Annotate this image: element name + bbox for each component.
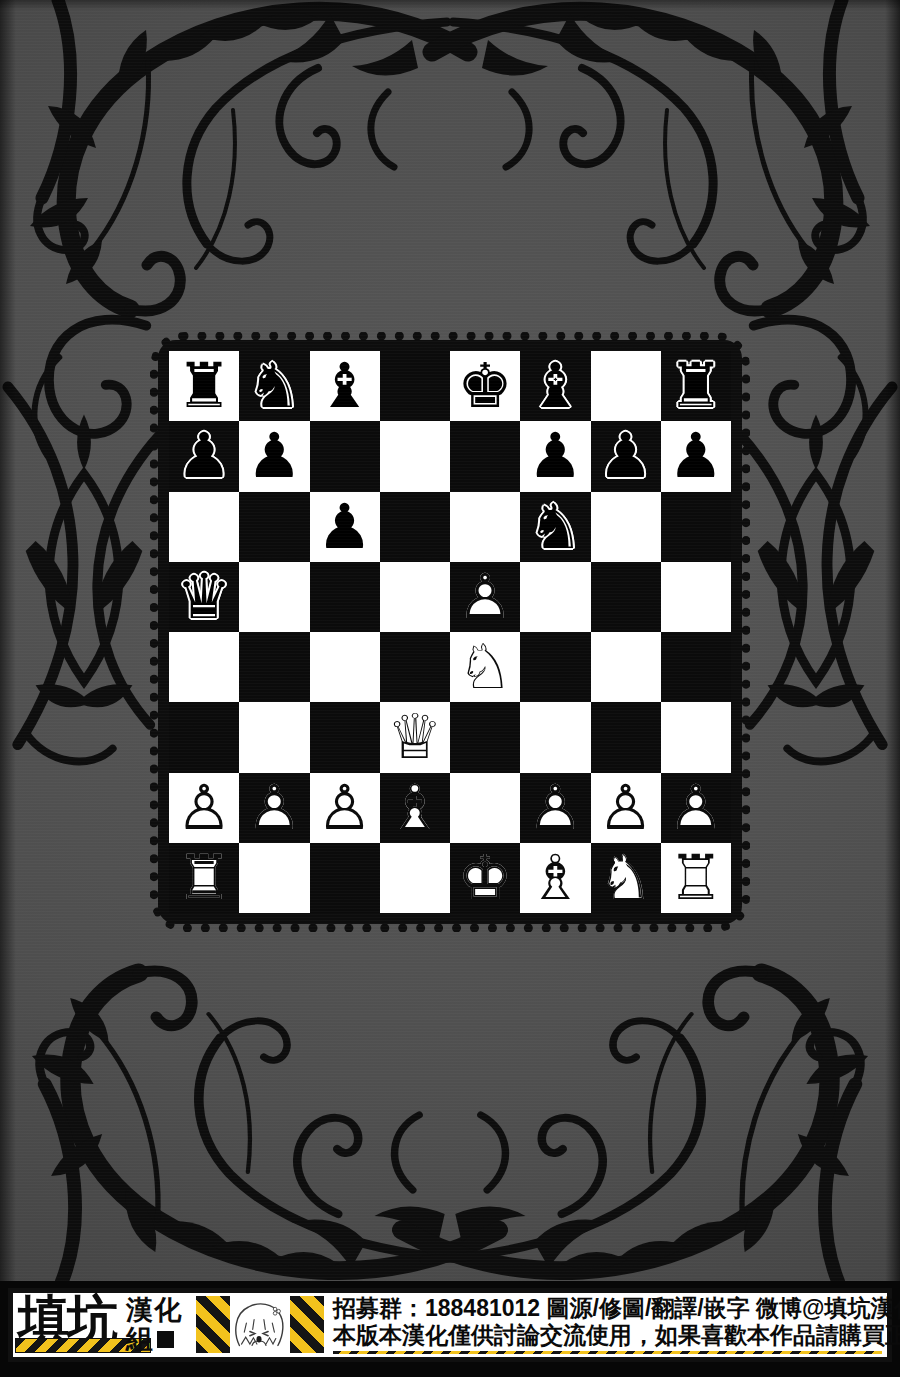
white-pawn-piece: ♟♙ <box>661 773 731 843</box>
black-rook-piece: ♜ <box>169 351 239 421</box>
square-h4 <box>661 632 731 702</box>
square-c3 <box>310 702 380 772</box>
flourish-middle-left <box>0 295 168 795</box>
square-b2: ♟♙ <box>239 773 309 843</box>
square-g4 <box>591 632 661 702</box>
black-pawn-piece: ♟ <box>591 421 661 491</box>
square-h7: ♟ <box>661 421 731 491</box>
square-d2: ♝♗ <box>380 773 450 843</box>
white-king-piece: ♚♔ <box>450 843 520 913</box>
square-e3 <box>450 702 520 772</box>
white-pawn-piece: ♟♙ <box>239 773 309 843</box>
white-pawn-piece: ♟♙ <box>169 773 239 843</box>
mascot-girl-icon <box>231 1295 287 1354</box>
square-h2: ♟♙ <box>661 773 731 843</box>
square-c1 <box>310 843 380 913</box>
black-queen-piece: ♛ <box>169 562 239 632</box>
square-c6: ♟ <box>310 492 380 562</box>
square-g5 <box>591 562 661 632</box>
square-f6: ♞ <box>520 492 590 562</box>
logo-small-top: 漢化 <box>126 1296 194 1325</box>
white-knight-piece: ♞♘ <box>591 843 661 913</box>
black-bishop-piece: ♝ <box>310 351 380 421</box>
square-g6 <box>591 492 661 562</box>
white-knight-piece: ♞♘ <box>450 632 520 702</box>
square-g8 <box>591 351 661 421</box>
white-rook-piece: ♜♖ <box>661 843 731 913</box>
credit-text: 招募群：188481012 圖源/修圖/翻譯/嵌字 微博@填坑漢化組 本版本漢化… <box>333 1295 882 1354</box>
hazard-panel-right <box>290 1296 324 1353</box>
white-bishop-piece: ♝♗ <box>380 773 450 843</box>
credit-banner-box: 填坑 漢化 組 <box>8 1288 892 1362</box>
black-knight-piece: ♞ <box>239 351 309 421</box>
square-g1: ♞♘ <box>591 843 661 913</box>
black-bishop-piece: ♝ <box>520 351 590 421</box>
logo-big-text: 填坑 <box>18 1295 126 1345</box>
square-f2: ♟♙ <box>520 773 590 843</box>
square-h6 <box>661 492 731 562</box>
square-c8: ♝ <box>310 351 380 421</box>
square-d5 <box>380 562 450 632</box>
square-e2 <box>450 773 520 843</box>
chess-board-panel: ♜♞♝♚♝♜♟♟♟♟♟♟♞♛♟♙♞♘♛♕♟♙♟♙♟♙♝♗♟♙♟♙♟♙♜♖♚♔♝♗… <box>149 331 751 933</box>
square-b5 <box>239 562 309 632</box>
square-g7: ♟ <box>591 421 661 491</box>
square-e4: ♞♘ <box>450 632 520 702</box>
square-b6 <box>239 492 309 562</box>
white-rook-piece: ♜♖ <box>169 843 239 913</box>
square-d6 <box>380 492 450 562</box>
hazard-panel-left <box>196 1296 230 1353</box>
square-f3 <box>520 702 590 772</box>
white-pawn-piece: ♟♙ <box>450 562 520 632</box>
hazard-strip-text <box>333 1351 882 1354</box>
scanlation-logo: 填坑 <box>18 1295 126 1354</box>
black-pawn-piece: ♟ <box>239 421 309 491</box>
square-b4 <box>239 632 309 702</box>
white-pawn-piece: ♟♙ <box>591 773 661 843</box>
square-g3 <box>591 702 661 772</box>
square-b3 <box>239 702 309 772</box>
black-rook-piece: ♜ <box>661 351 731 421</box>
black-king-piece: ♚ <box>450 351 520 421</box>
black-pawn-piece: ♟ <box>310 492 380 562</box>
white-queen-piece: ♛♕ <box>380 702 450 772</box>
logo-small-bottom: 組 <box>126 1325 194 1354</box>
square-f7: ♟ <box>520 421 590 491</box>
square-h8: ♜ <box>661 351 731 421</box>
square-b1 <box>239 843 309 913</box>
square-f8: ♝ <box>520 351 590 421</box>
square-g2: ♟♙ <box>591 773 661 843</box>
square-c2: ♟♙ <box>310 773 380 843</box>
logo-square-icon <box>157 1331 174 1348</box>
black-pawn-piece: ♟ <box>169 421 239 491</box>
square-c4 <box>310 632 380 702</box>
square-f1: ♝♗ <box>520 843 590 913</box>
square-d8 <box>380 351 450 421</box>
logo-small-text: 漢化 組 <box>126 1295 194 1354</box>
square-a5: ♛ <box>169 562 239 632</box>
square-d3: ♛♕ <box>380 702 450 772</box>
square-h5 <box>661 562 731 632</box>
flourish-bottom-right <box>400 942 900 1282</box>
recruit-line: 招募群：188481012 圖源/修圖/翻譯/嵌字 微博@填坑漢化組 <box>333 1295 882 1322</box>
white-bishop-piece: ♝♗ <box>520 843 590 913</box>
square-a2: ♟♙ <box>169 773 239 843</box>
square-a6 <box>169 492 239 562</box>
square-a8: ♜ <box>169 351 239 421</box>
flourish-middle-right <box>732 295 900 795</box>
chess-board: ♜♞♝♚♝♜♟♟♟♟♟♟♞♛♟♙♞♘♛♕♟♙♟♙♟♙♝♗♟♙♟♙♟♙♜♖♚♔♝♗… <box>169 351 731 913</box>
square-f4 <box>520 632 590 702</box>
square-d7 <box>380 421 450 491</box>
black-knight-piece: ♞ <box>520 492 590 562</box>
credit-banner: 填坑 漢化 組 <box>0 1281 900 1377</box>
flourish-top-right <box>430 0 900 340</box>
flourish-top-left <box>0 0 470 340</box>
square-a3 <box>169 702 239 772</box>
square-b8: ♞ <box>239 351 309 421</box>
black-pawn-piece: ♟ <box>661 421 731 491</box>
square-b7: ♟ <box>239 421 309 491</box>
square-d4 <box>380 632 450 702</box>
notice-line: 本版本漢化僅供討論交流使用，如果喜歡本作品請購買正版！ <box>333 1322 882 1349</box>
square-f5 <box>520 562 590 632</box>
square-a1: ♜♖ <box>169 843 239 913</box>
square-c7 <box>310 421 380 491</box>
square-e6 <box>450 492 520 562</box>
square-e8: ♚ <box>450 351 520 421</box>
square-e7 <box>450 421 520 491</box>
square-h3 <box>661 702 731 772</box>
white-pawn-piece: ♟♙ <box>310 773 380 843</box>
white-pawn-piece: ♟♙ <box>520 773 590 843</box>
manga-credits-page: ♜♞♝♚♝♜♟♟♟♟♟♟♞♛♟♙♞♘♛♕♟♙♟♙♟♙♝♗♟♙♟♙♟♙♜♖♚♔♝♗… <box>0 0 900 1377</box>
square-e5: ♟♙ <box>450 562 520 632</box>
square-a7: ♟ <box>169 421 239 491</box>
square-d1 <box>380 843 450 913</box>
square-e1: ♚♔ <box>450 843 520 913</box>
square-a4 <box>169 632 239 702</box>
square-h1: ♜♖ <box>661 843 731 913</box>
black-pawn-piece: ♟ <box>520 421 590 491</box>
square-c5 <box>310 562 380 632</box>
